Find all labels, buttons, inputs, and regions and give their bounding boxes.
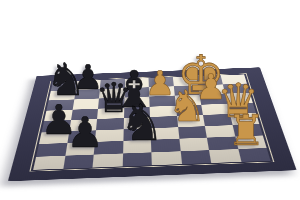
square-b3[interactable] (179, 138, 209, 151)
piece-white-rook-a1[interactable]: ♜ (227, 110, 265, 152)
square-a5[interactable] (122, 152, 152, 166)
square-a3[interactable] (180, 150, 211, 164)
piece-black-pawn-a7[interactable]: ♟ (66, 112, 104, 154)
piece-black-knight-g8[interactable]: ♞ (46, 57, 86, 102)
chessboard-photo: ♟♞♟♚♟♝♛♛♞♟♞♜♟ (0, 0, 300, 200)
piece-black-knight-b5[interactable]: ♞ (120, 98, 165, 148)
square-a8[interactable] (33, 155, 65, 169)
square-a4[interactable] (151, 151, 181, 165)
piece-white-knight-c3[interactable]: ♞ (168, 85, 207, 128)
